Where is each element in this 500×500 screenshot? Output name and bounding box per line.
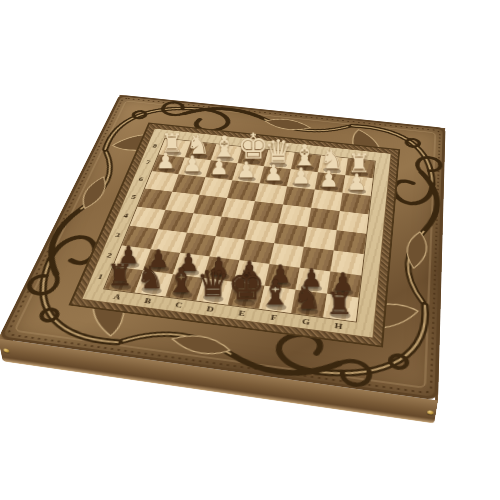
square-h1: ♜ [323,294,358,322]
piece-white-pawn: ♟ [205,156,233,178]
square-f1: ♝ [259,286,295,313]
brass-pin-icon [427,410,434,415]
square-g7: ♟ [315,172,346,193]
square-f6 [283,186,315,207]
square-g1: ♞ [291,290,327,317]
piece-white-pawn: ♟ [152,150,179,172]
scene: ♜♞♝♚♛♝♞♜♟♟♟♟♟♟♟♟♟♟♟♟♟♟♟♟♜♞♝♛♚♝♞♜ ABCDEFG… [0,0,500,500]
piece-black-rook: ♜ [323,288,355,318]
piece-white-pawn: ♟ [315,168,343,190]
piece-white-pawn: ♟ [232,159,260,181]
piece-black-bishop: ♝ [259,276,291,310]
piece-black-knight: ♞ [291,282,323,314]
product-photo: ♜♞♝♚♛♝♞♜♟♟♟♟♟♟♟♟♟♟♟♟♟♟♟♟♜♞♝♛♚♝♞♜ ABCDEFG… [0,0,500,500]
piece-white-pawn: ♟ [178,153,205,175]
piece-black-queen: ♛ [196,264,228,301]
piece-white-pawn: ♟ [287,165,315,187]
piece-black-king: ♚ [228,264,260,306]
piece-black-rook: ♜ [104,260,135,289]
piece-white-pawn: ♟ [343,171,371,193]
piece-white-pawn: ♟ [260,162,288,184]
brass-pin-icon [3,348,9,353]
piece-black-bishop: ♝ [165,264,197,298]
chess-box: ♜♞♝♚♛♝♞♜♟♟♟♟♟♟♟♟♟♟♟♟♟♟♟♟♜♞♝♛♚♝♞♜ ABCDEFG… [0,95,445,401]
square-h7: ♟ [343,175,373,196]
square-f7: ♟ [287,169,318,189]
piece-black-knight: ♞ [135,262,167,294]
